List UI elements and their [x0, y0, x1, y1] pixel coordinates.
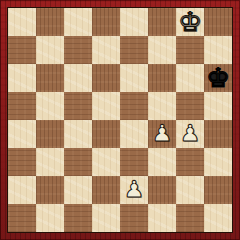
square-a5[interactable]: [8, 92, 36, 120]
square-b2[interactable]: [36, 176, 64, 204]
square-d7[interactable]: [92, 36, 120, 64]
square-b5[interactable]: [36, 92, 64, 120]
square-g4[interactable]: ♟: [176, 120, 204, 148]
square-a3[interactable]: [8, 148, 36, 176]
square-g3[interactable]: [176, 148, 204, 176]
square-c7[interactable]: [64, 36, 92, 64]
square-e7[interactable]: [120, 36, 148, 64]
square-a8[interactable]: [8, 8, 36, 36]
square-e6[interactable]: [120, 64, 148, 92]
square-d1[interactable]: [92, 204, 120, 232]
square-d2[interactable]: [92, 176, 120, 204]
square-h3[interactable]: [204, 148, 232, 176]
board-frame: ♚♚♟♟♟: [0, 0, 240, 240]
square-b1[interactable]: [36, 204, 64, 232]
square-d8[interactable]: [92, 8, 120, 36]
square-e5[interactable]: [120, 92, 148, 120]
square-a7[interactable]: [8, 36, 36, 64]
square-b6[interactable]: [36, 64, 64, 92]
square-d4[interactable]: [92, 120, 120, 148]
white-pawn[interactable]: ♟: [180, 122, 201, 145]
square-b4[interactable]: [36, 120, 64, 148]
square-e8[interactable]: [120, 8, 148, 36]
white-king[interactable]: ♚: [178, 8, 202, 35]
square-f3[interactable]: [148, 148, 176, 176]
square-c5[interactable]: [64, 92, 92, 120]
square-a4[interactable]: [8, 120, 36, 148]
square-d5[interactable]: [92, 92, 120, 120]
square-f2[interactable]: [148, 176, 176, 204]
square-f4[interactable]: ♟: [148, 120, 176, 148]
square-c6[interactable]: [64, 64, 92, 92]
square-c3[interactable]: [64, 148, 92, 176]
square-g1[interactable]: [176, 204, 204, 232]
square-a2[interactable]: [8, 176, 36, 204]
square-b7[interactable]: [36, 36, 64, 64]
square-f8[interactable]: [148, 8, 176, 36]
square-g2[interactable]: [176, 176, 204, 204]
square-c1[interactable]: [64, 204, 92, 232]
square-h5[interactable]: [204, 92, 232, 120]
square-h2[interactable]: [204, 176, 232, 204]
square-h7[interactable]: [204, 36, 232, 64]
square-c8[interactable]: [64, 8, 92, 36]
square-a1[interactable]: [8, 204, 36, 232]
square-c4[interactable]: [64, 120, 92, 148]
black-king[interactable]: ♚: [206, 64, 230, 91]
square-h1[interactable]: [204, 204, 232, 232]
square-h8[interactable]: [204, 8, 232, 36]
square-f6[interactable]: [148, 64, 176, 92]
white-pawn[interactable]: ♟: [124, 178, 145, 201]
square-h4[interactable]: [204, 120, 232, 148]
square-e2[interactable]: ♟: [120, 176, 148, 204]
chess-board: ♚♚♟♟♟: [7, 7, 233, 233]
square-a6[interactable]: [8, 64, 36, 92]
square-h6[interactable]: ♚: [204, 64, 232, 92]
square-e3[interactable]: [120, 148, 148, 176]
square-g8[interactable]: ♚: [176, 8, 204, 36]
square-e1[interactable]: [120, 204, 148, 232]
white-pawn[interactable]: ♟: [152, 122, 173, 145]
square-e4[interactable]: [120, 120, 148, 148]
square-b8[interactable]: [36, 8, 64, 36]
square-g6[interactable]: [176, 64, 204, 92]
square-d6[interactable]: [92, 64, 120, 92]
square-g7[interactable]: [176, 36, 204, 64]
square-c2[interactable]: [64, 176, 92, 204]
square-d3[interactable]: [92, 148, 120, 176]
square-b3[interactable]: [36, 148, 64, 176]
square-f5[interactable]: [148, 92, 176, 120]
square-f1[interactable]: [148, 204, 176, 232]
square-g5[interactable]: [176, 92, 204, 120]
square-f7[interactable]: [148, 36, 176, 64]
